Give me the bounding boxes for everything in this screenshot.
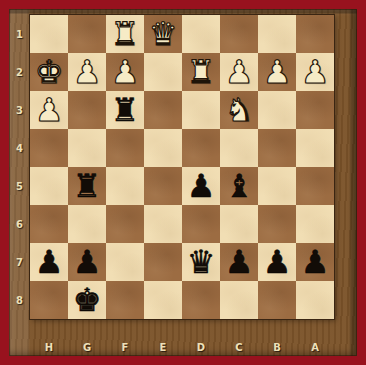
square-e5[interactable] [144,167,182,205]
white-knight[interactable]: ♞ [225,91,254,129]
rank-label-5: 5 [9,167,30,205]
white-pawn[interactable]: ♟ [263,53,292,91]
rank-label-1: 1 [9,15,30,53]
file-label-d: D [182,340,220,355]
white-pawn[interactable]: ♟ [35,91,64,129]
square-c3[interactable]: ♞ [220,91,258,129]
rank-label-2: 2 [9,53,30,91]
square-c2[interactable]: ♟ [220,53,258,91]
file-label-h: H [30,340,68,355]
black-pawn[interactable]: ♟ [225,243,254,281]
black-rook[interactable]: ♜ [111,91,140,129]
black-king[interactable]: ♚ [73,281,102,319]
square-g8[interactable]: ♚ [68,281,106,319]
square-h8[interactable] [30,281,68,319]
square-h6[interactable] [30,205,68,243]
file-label-c: C [220,340,258,355]
black-pawn[interactable]: ♟ [263,243,292,281]
square-f8[interactable] [106,281,144,319]
square-a7[interactable]: ♟ [296,243,334,281]
square-c5[interactable]: ♝ [220,167,258,205]
square-b1[interactable] [258,15,296,53]
square-a5[interactable] [296,167,334,205]
square-b2[interactable]: ♟ [258,53,296,91]
square-g3[interactable] [68,91,106,129]
black-queen[interactable]: ♛ [187,243,216,281]
square-g7[interactable]: ♟ [68,243,106,281]
square-b7[interactable]: ♟ [258,243,296,281]
square-a2[interactable]: ♟ [296,53,334,91]
white-rook[interactable]: ♜ [187,53,216,91]
black-rook[interactable]: ♜ [73,167,102,205]
black-pawn[interactable]: ♟ [187,167,216,205]
chess-board-diagram: 12345678 HGFEDCBA ♜♛♚♟♟♜♟♟♟♟♜♞♜♟♝♟♟♛♟♟♟♚ [0,0,366,365]
white-pawn[interactable]: ♟ [73,53,102,91]
square-f3[interactable]: ♜ [106,91,144,129]
square-c8[interactable] [220,281,258,319]
square-a6[interactable] [296,205,334,243]
square-e7[interactable] [144,243,182,281]
square-h4[interactable] [30,129,68,167]
file-label-g: G [68,340,106,355]
square-b5[interactable] [258,167,296,205]
square-h5[interactable] [30,167,68,205]
square-a3[interactable] [296,91,334,129]
square-h7[interactable]: ♟ [30,243,68,281]
white-pawn[interactable]: ♟ [301,53,330,91]
square-e3[interactable] [144,91,182,129]
square-b8[interactable] [258,281,296,319]
square-d3[interactable] [182,91,220,129]
square-a1[interactable] [296,15,334,53]
file-labels: HGFEDCBA [30,340,334,355]
square-c7[interactable]: ♟ [220,243,258,281]
square-g1[interactable] [68,15,106,53]
square-e2[interactable] [144,53,182,91]
square-e1[interactable]: ♛ [144,15,182,53]
square-h2[interactable]: ♚ [30,53,68,91]
square-g4[interactable] [68,129,106,167]
rank-label-7: 7 [9,243,30,281]
chess-board: ♜♛♚♟♟♜♟♟♟♟♜♞♜♟♝♟♟♛♟♟♟♚ [30,15,334,319]
square-h3[interactable]: ♟ [30,91,68,129]
square-h1[interactable] [30,15,68,53]
black-bishop[interactable]: ♝ [225,167,254,205]
square-c6[interactable] [220,205,258,243]
square-b6[interactable] [258,205,296,243]
square-c4[interactable] [220,129,258,167]
black-pawn[interactable]: ♟ [35,243,64,281]
file-label-a: A [296,340,334,355]
square-g6[interactable] [68,205,106,243]
square-f7[interactable] [106,243,144,281]
rank-label-3: 3 [9,91,30,129]
white-pawn[interactable]: ♟ [111,53,140,91]
square-f4[interactable] [106,129,144,167]
square-g5[interactable]: ♜ [68,167,106,205]
rank-label-4: 4 [9,129,30,167]
rank-label-6: 6 [9,205,30,243]
square-f1[interactable]: ♜ [106,15,144,53]
white-pawn[interactable]: ♟ [225,53,254,91]
square-f6[interactable] [106,205,144,243]
file-label-f: F [106,340,144,355]
file-label-b: B [258,340,296,355]
rank-labels: 12345678 [9,15,30,319]
square-a4[interactable] [296,129,334,167]
black-pawn[interactable]: ♟ [73,243,102,281]
square-f2[interactable]: ♟ [106,53,144,91]
square-b3[interactable] [258,91,296,129]
square-d2[interactable]: ♜ [182,53,220,91]
black-pawn[interactable]: ♟ [301,243,330,281]
square-e6[interactable] [144,205,182,243]
square-g2[interactable]: ♟ [68,53,106,91]
square-d4[interactable] [182,129,220,167]
square-c1[interactable] [220,15,258,53]
rank-label-8: 8 [9,281,30,319]
square-d5[interactable]: ♟ [182,167,220,205]
square-d7[interactable]: ♛ [182,243,220,281]
square-d1[interactable] [182,15,220,53]
square-e4[interactable] [144,129,182,167]
square-a8[interactable] [296,281,334,319]
white-queen[interactable]: ♛ [149,15,178,53]
square-d8[interactable] [182,281,220,319]
square-e8[interactable] [144,281,182,319]
square-f5[interactable] [106,167,144,205]
square-d6[interactable] [182,205,220,243]
file-label-e: E [144,340,182,355]
white-rook[interactable]: ♜ [111,15,140,53]
white-king[interactable]: ♚ [35,53,64,91]
square-b4[interactable] [258,129,296,167]
